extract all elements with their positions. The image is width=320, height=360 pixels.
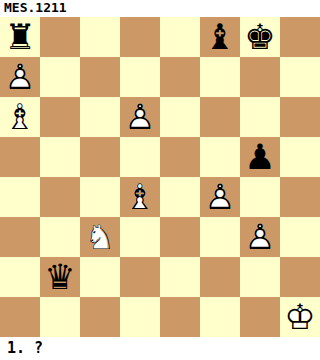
- square-c5[interactable]: [80, 137, 120, 177]
- square-b4[interactable]: [40, 177, 80, 217]
- square-g3[interactable]: ♟♙: [240, 217, 280, 257]
- black-bishop: ♝: [200, 17, 240, 57]
- square-a8[interactable]: ♜: [0, 17, 40, 57]
- black-queen: ♛: [40, 257, 80, 297]
- square-e8[interactable]: [160, 17, 200, 57]
- square-f3[interactable]: [200, 217, 240, 257]
- move-prompt: 1. ?: [7, 339, 43, 357]
- square-a3[interactable]: [0, 217, 40, 257]
- black-pawn-glyph: ♟: [240, 137, 280, 177]
- black-rook: ♜: [0, 17, 40, 57]
- black-queen-glyph: ♛: [40, 257, 80, 297]
- square-c1[interactable]: [80, 297, 120, 337]
- square-b8[interactable]: [40, 17, 80, 57]
- square-c3[interactable]: ♞♘: [80, 217, 120, 257]
- square-f2[interactable]: [200, 257, 240, 297]
- square-a7[interactable]: ♟♙: [0, 57, 40, 97]
- square-a2[interactable]: [0, 257, 40, 297]
- square-e1[interactable]: [160, 297, 200, 337]
- square-g1[interactable]: [240, 297, 280, 337]
- square-h5[interactable]: [280, 137, 320, 177]
- square-d7[interactable]: [120, 57, 160, 97]
- black-pawn: ♟: [240, 137, 280, 177]
- square-e6[interactable]: [160, 97, 200, 137]
- puzzle-id: MES.1211: [4, 0, 67, 16]
- white-king-outline: ♔: [280, 297, 320, 337]
- square-c4[interactable]: [80, 177, 120, 217]
- white-knight-outline: ♘: [80, 217, 120, 257]
- square-c2[interactable]: [80, 257, 120, 297]
- square-b6[interactable]: [40, 97, 80, 137]
- square-c6[interactable]: [80, 97, 120, 137]
- square-e3[interactable]: [160, 217, 200, 257]
- white-knight: ♞♘: [80, 217, 120, 257]
- square-d4[interactable]: ♝♗: [120, 177, 160, 217]
- square-d5[interactable]: [120, 137, 160, 177]
- square-h1[interactable]: ♚♔: [280, 297, 320, 337]
- square-h7[interactable]: [280, 57, 320, 97]
- square-f6[interactable]: [200, 97, 240, 137]
- square-g8[interactable]: ♚: [240, 17, 280, 57]
- white-pawn: ♟♙: [240, 217, 280, 257]
- black-king-glyph: ♚: [240, 17, 280, 57]
- square-e5[interactable]: [160, 137, 200, 177]
- square-d1[interactable]: [120, 297, 160, 337]
- white-pawn-outline: ♙: [120, 97, 160, 137]
- square-b7[interactable]: [40, 57, 80, 97]
- white-pawn-outline: ♙: [240, 217, 280, 257]
- square-f8[interactable]: ♝: [200, 17, 240, 57]
- black-rook-glyph: ♜: [0, 17, 40, 57]
- square-d2[interactable]: [120, 257, 160, 297]
- square-b2[interactable]: ♛: [40, 257, 80, 297]
- square-c7[interactable]: [80, 57, 120, 97]
- square-h8[interactable]: [280, 17, 320, 57]
- square-g5[interactable]: ♟: [240, 137, 280, 177]
- square-h6[interactable]: [280, 97, 320, 137]
- square-e4[interactable]: [160, 177, 200, 217]
- white-bishop-outline: ♗: [120, 177, 160, 217]
- white-king: ♚♔: [280, 297, 320, 337]
- square-a1[interactable]: [0, 297, 40, 337]
- square-h4[interactable]: [280, 177, 320, 217]
- white-pawn: ♟♙: [200, 177, 240, 217]
- square-f5[interactable]: [200, 137, 240, 177]
- white-pawn-outline: ♙: [0, 57, 40, 97]
- white-bishop: ♝♗: [0, 97, 40, 137]
- square-c8[interactable]: [80, 17, 120, 57]
- square-f7[interactable]: [200, 57, 240, 97]
- square-a6[interactable]: ♝♗: [0, 97, 40, 137]
- white-pawn: ♟♙: [0, 57, 40, 97]
- white-pawn-outline: ♙: [200, 177, 240, 217]
- square-g2[interactable]: [240, 257, 280, 297]
- white-bishop-outline: ♗: [0, 97, 40, 137]
- square-d6[interactable]: ♟♙: [120, 97, 160, 137]
- square-f1[interactable]: [200, 297, 240, 337]
- black-king: ♚: [240, 17, 280, 57]
- square-e7[interactable]: [160, 57, 200, 97]
- square-h3[interactable]: [280, 217, 320, 257]
- chess-board: ♜♝♚♟♙♝♗♟♙♟♝♗♟♙♞♘♟♙♛♚♔: [0, 17, 320, 337]
- black-bishop-glyph: ♝: [200, 17, 240, 57]
- square-b5[interactable]: [40, 137, 80, 177]
- white-pawn: ♟♙: [120, 97, 160, 137]
- square-f4[interactable]: ♟♙: [200, 177, 240, 217]
- square-a4[interactable]: [0, 177, 40, 217]
- square-g4[interactable]: [240, 177, 280, 217]
- square-b1[interactable]: [40, 297, 80, 337]
- square-e2[interactable]: [160, 257, 200, 297]
- square-b3[interactable]: [40, 217, 80, 257]
- square-a5[interactable]: [0, 137, 40, 177]
- square-h2[interactable]: [280, 257, 320, 297]
- square-g6[interactable]: [240, 97, 280, 137]
- square-d8[interactable]: [120, 17, 160, 57]
- square-g7[interactable]: [240, 57, 280, 97]
- white-bishop: ♝♗: [120, 177, 160, 217]
- square-d3[interactable]: [120, 217, 160, 257]
